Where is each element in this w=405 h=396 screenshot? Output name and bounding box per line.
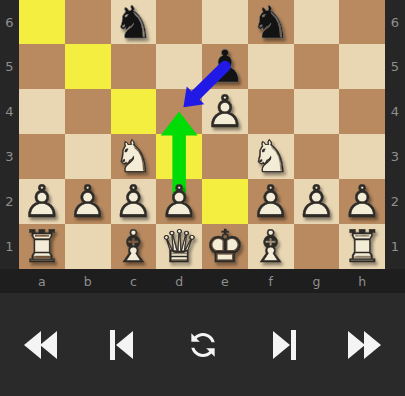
file-label-b: b <box>65 269 111 293</box>
rank-label-6-right: 6 <box>385 0 405 44</box>
square-b5[interactable] <box>65 44 111 89</box>
square-f1[interactable]: ♝♗ <box>248 224 294 269</box>
square-d3[interactable] <box>156 134 202 179</box>
square-a5[interactable] <box>19 44 65 89</box>
piece-white-pawn: ♟♙ <box>294 179 340 224</box>
square-d6[interactable] <box>156 0 202 44</box>
square-e5[interactable]: ♟ <box>202 44 248 89</box>
square-f4[interactable] <box>248 89 294 134</box>
piece-white-rook: ♜♖ <box>19 224 65 269</box>
square-b4[interactable] <box>65 89 111 134</box>
rank-label-3-left: 3 <box>0 134 19 179</box>
rank-labels-left: 654321 <box>0 0 19 269</box>
square-h5[interactable] <box>339 44 385 89</box>
piece-white-rook: ♜♖ <box>339 224 385 269</box>
file-labels: abcdefgh <box>19 269 385 293</box>
rank-label-4-left: 4 <box>0 89 19 134</box>
chess-app-screen: ♞♞♟♟♙♞♘♞♘♟♙♟♙♟♙♟♙♟♙♟♙♟♙♜♖♝♗♛♕♚♔♝♗♜♖ 6543… <box>0 0 405 396</box>
rank-label-6-left: 6 <box>0 0 19 44</box>
flip-sync-button[interactable] <box>162 293 243 396</box>
rank-label-3-right: 3 <box>385 134 405 179</box>
piece-white-pawn: ♟♙ <box>156 179 202 224</box>
square-c5[interactable] <box>111 44 157 89</box>
piece-white-knight: ♞♘ <box>248 134 294 179</box>
skip-previous-icon <box>110 330 134 360</box>
fast-rewind-button[interactable] <box>0 293 81 396</box>
square-f6[interactable]: ♞ <box>248 0 294 44</box>
square-f5[interactable] <box>248 44 294 89</box>
square-a3[interactable] <box>19 134 65 179</box>
file-label-g: g <box>294 269 340 293</box>
piece-black-knight: ♞ <box>248 0 294 44</box>
rank-label-4-right: 4 <box>385 89 405 134</box>
rank-labels-right: 654321 <box>385 0 405 269</box>
piece-white-queen: ♛♕ <box>156 224 202 269</box>
toolbar <box>0 293 405 396</box>
square-e4[interactable]: ♟♙ <box>202 89 248 134</box>
square-g2[interactable]: ♟♙ <box>294 179 340 224</box>
square-c4[interactable] <box>111 89 157 134</box>
square-a2[interactable]: ♟♙ <box>19 179 65 224</box>
piece-white-pawn: ♟♙ <box>248 179 294 224</box>
rank-label-5-left: 5 <box>0 44 19 89</box>
board: ♞♞♟♟♙♞♘♞♘♟♙♟♙♟♙♟♙♟♙♟♙♟♙♜♖♝♗♛♕♚♔♝♗♜♖ <box>19 0 385 269</box>
piece-white-pawn: ♟♙ <box>111 179 157 224</box>
piece-white-pawn: ♟♙ <box>65 179 111 224</box>
piece-white-pawn: ♟♙ <box>202 89 248 134</box>
square-h3[interactable] <box>339 134 385 179</box>
rank-label-2-left: 2 <box>0 179 19 224</box>
square-b3[interactable] <box>65 134 111 179</box>
square-e2[interactable] <box>202 179 248 224</box>
square-h1[interactable]: ♜♖ <box>339 224 385 269</box>
square-g5[interactable] <box>294 44 340 89</box>
square-e6[interactable] <box>202 0 248 44</box>
piece-white-bishop: ♝♗ <box>248 224 294 269</box>
skip-next-button[interactable] <box>243 293 324 396</box>
square-g6[interactable] <box>294 0 340 44</box>
skip-next-icon <box>272 330 296 360</box>
square-f3[interactable]: ♞♘ <box>248 134 294 179</box>
square-a6[interactable] <box>19 0 65 44</box>
fast-forward-icon <box>348 330 382 360</box>
square-g3[interactable] <box>294 134 340 179</box>
piece-white-pawn: ♟♙ <box>19 179 65 224</box>
square-a4[interactable] <box>19 89 65 134</box>
square-a1[interactable]: ♜♖ <box>19 224 65 269</box>
fast-rewind-icon <box>24 330 58 360</box>
piece-white-pawn: ♟♙ <box>339 179 385 224</box>
square-c1[interactable]: ♝♗ <box>111 224 157 269</box>
square-h6[interactable] <box>339 0 385 44</box>
rank-label-5-right: 5 <box>385 44 405 89</box>
square-h4[interactable] <box>339 89 385 134</box>
square-f2[interactable]: ♟♙ <box>248 179 294 224</box>
rank-label-1-left: 1 <box>0 224 19 269</box>
square-c2[interactable]: ♟♙ <box>111 179 157 224</box>
piece-white-bishop: ♝♗ <box>111 224 157 269</box>
square-d5[interactable] <box>156 44 202 89</box>
piece-black-pawn: ♟ <box>202 44 248 89</box>
square-b6[interactable] <box>65 0 111 44</box>
square-b1[interactable] <box>65 224 111 269</box>
square-b2[interactable]: ♟♙ <box>65 179 111 224</box>
square-h2[interactable]: ♟♙ <box>339 179 385 224</box>
square-c3[interactable]: ♞♘ <box>111 134 157 179</box>
square-e1[interactable]: ♚♔ <box>202 224 248 269</box>
square-g4[interactable] <box>294 89 340 134</box>
piece-white-king: ♚♔ <box>202 224 248 269</box>
square-g1[interactable] <box>294 224 340 269</box>
square-d1[interactable]: ♛♕ <box>156 224 202 269</box>
flip-sync-icon <box>185 327 221 363</box>
piece-white-knight: ♞♘ <box>111 134 157 179</box>
square-c6[interactable]: ♞ <box>111 0 157 44</box>
rank-label-1-right: 1 <box>385 224 405 269</box>
square-d4[interactable] <box>156 89 202 134</box>
fast-forward-button[interactable] <box>324 293 405 396</box>
square-d2[interactable]: ♟♙ <box>156 179 202 224</box>
square-e3[interactable] <box>202 134 248 179</box>
skip-previous-button[interactable] <box>81 293 162 396</box>
rank-label-2-right: 2 <box>385 179 405 224</box>
piece-black-knight: ♞ <box>111 0 157 44</box>
